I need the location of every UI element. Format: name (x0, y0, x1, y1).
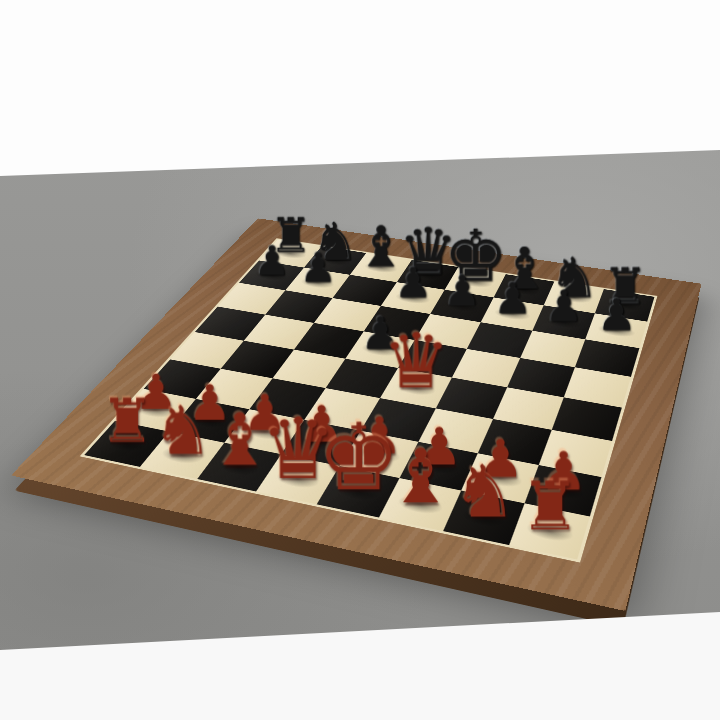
white-queen-glyph: ♛ (382, 322, 450, 398)
black-pawn-glyph: ♟ (597, 293, 636, 337)
white-bishop-glyph: ♝ (387, 439, 454, 514)
photo-stage: ♜♞♝♛♚♝♞♜♟♟♟♟♟♟♟♟♛♟♟♟♟♟♟♟♟♜♞♝♛♚♝♞♜ (0, 0, 720, 720)
black-pawn-glyph: ♟ (545, 285, 584, 328)
black-pawn-glyph: ♟ (300, 247, 337, 288)
white-rook-glyph: ♜ (100, 391, 154, 451)
black-pawn-glyph: ♟ (394, 262, 432, 304)
black-pawn-glyph: ♟ (493, 277, 531, 320)
white-rook-glyph: ♜ (520, 473, 580, 539)
white-knight-glyph: ♞ (152, 396, 213, 464)
white-knight-glyph: ♞ (452, 455, 517, 528)
perspective-scene: ♜♞♝♛♚♝♞♜♟♟♟♟♟♟♟♟♛♟♟♟♟♟♟♟♟♜♞♝♛♚♝♞♜ (0, 0, 720, 720)
black-pawn-glyph: ♟ (443, 269, 481, 311)
black-pawn-glyph: ♟ (254, 240, 290, 281)
